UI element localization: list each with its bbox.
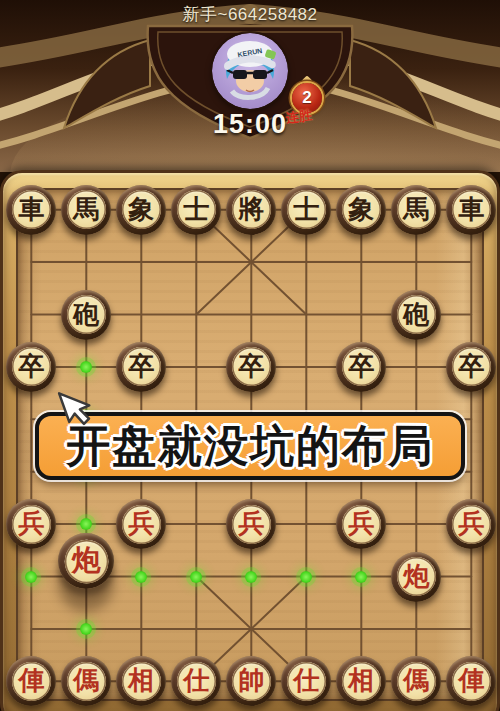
piece-black-soldier[interactable]: 卒 <box>116 342 166 392</box>
piece-red-cannon[interactable]: 炮 <box>58 533 114 589</box>
piece-glyph: 卒 <box>348 353 374 379</box>
piece-glyph: 帥 <box>238 667 264 693</box>
piece-glyph: 俥 <box>18 667 44 693</box>
piece-glyph: 相 <box>128 667 154 693</box>
piece-black-soldier[interactable]: 卒 <box>6 342 56 392</box>
caption-text: 开盘就没坑的布局 <box>66 417 434 476</box>
piece-red-soldier[interactable]: 兵 <box>6 499 56 549</box>
streak-label: 连胜 <box>285 106 313 127</box>
piece-red-soldier[interactable]: 兵 <box>446 499 496 549</box>
piece-glyph: 卒 <box>458 353 484 379</box>
player-avatar[interactable]: KERUN <box>212 33 288 109</box>
piece-red-chariot[interactable]: 俥 <box>446 656 496 706</box>
piece-black-cannon[interactable]: 砲 <box>391 290 441 340</box>
piece-glyph: 仕 <box>183 667 209 693</box>
piece-glyph: 士 <box>293 196 319 222</box>
piece-black-soldier[interactable]: 卒 <box>336 342 386 392</box>
piece-glyph: 兵 <box>458 510 484 536</box>
piece-red-advisor[interactable]: 仕 <box>171 656 221 706</box>
piece-glyph: 砲 <box>403 301 429 327</box>
piece-glyph: 兵 <box>128 510 154 536</box>
piece-glyph: 馬 <box>403 196 429 222</box>
piece-red-elephant[interactable]: 相 <box>336 656 386 706</box>
mouse-cursor <box>56 388 102 436</box>
piece-red-general[interactable]: 帥 <box>226 656 276 706</box>
piece-glyph: 象 <box>348 196 374 222</box>
piece-black-advisor[interactable]: 士 <box>281 185 331 235</box>
piece-black-horse[interactable]: 馬 <box>61 185 111 235</box>
piece-glyph: 相 <box>348 667 374 693</box>
piece-glyph: 士 <box>183 196 209 222</box>
game-timer: 15:00 <box>0 109 500 140</box>
piece-red-soldier[interactable]: 兵 <box>226 499 276 549</box>
piece-glyph: 將 <box>238 196 264 222</box>
piece-black-general[interactable]: 將 <box>226 185 276 235</box>
piece-black-cannon[interactable]: 砲 <box>61 290 111 340</box>
piece-black-chariot[interactable]: 車 <box>446 185 496 235</box>
piece-red-horse[interactable]: 傌 <box>391 656 441 706</box>
piece-glyph: 傌 <box>73 667 99 693</box>
avatar-sunglasses <box>233 70 247 79</box>
piece-red-elephant[interactable]: 相 <box>116 656 166 706</box>
piece-glyph: 仕 <box>293 667 319 693</box>
player-name: 新手~664258482 <box>0 3 500 26</box>
piece-black-chariot[interactable]: 車 <box>6 185 56 235</box>
piece-glyph: 馬 <box>73 196 99 222</box>
piece-red-soldier[interactable]: 兵 <box>116 499 166 549</box>
piece-glyph: 兵 <box>18 510 44 536</box>
piece-red-advisor[interactable]: 仕 <box>281 656 331 706</box>
piece-glyph: 象 <box>128 196 154 222</box>
piece-glyph: 砲 <box>73 301 99 327</box>
piece-red-cannon[interactable]: 炮 <box>391 552 441 602</box>
piece-red-horse[interactable]: 傌 <box>61 656 111 706</box>
piece-red-chariot[interactable]: 俥 <box>6 656 56 706</box>
piece-black-horse[interactable]: 馬 <box>391 185 441 235</box>
piece-black-advisor[interactable]: 士 <box>171 185 221 235</box>
piece-black-elephant[interactable]: 象 <box>336 185 386 235</box>
streak-count: 2 <box>302 88 311 108</box>
piece-glyph: 傌 <box>403 667 429 693</box>
piece-red-soldier[interactable]: 兵 <box>336 499 386 549</box>
piece-glyph: 車 <box>458 196 484 222</box>
piece-glyph: 兵 <box>238 510 264 536</box>
piece-glyph: 炮 <box>72 545 101 574</box>
piece-black-soldier[interactable]: 卒 <box>446 342 496 392</box>
piece-glyph: 車 <box>18 196 44 222</box>
piece-black-soldier[interactable]: 卒 <box>226 342 276 392</box>
piece-glyph: 卒 <box>18 353 44 379</box>
piece-glyph: 炮 <box>403 563 429 589</box>
piece-glyph: 卒 <box>238 353 264 379</box>
piece-glyph: 卒 <box>128 353 154 379</box>
game-screen: 新手~664258482 KERUN 2 连胜 15:00 <box>0 0 500 711</box>
piece-glyph: 俥 <box>458 667 484 693</box>
piece-glyph: 兵 <box>348 510 374 536</box>
piece-black-elephant[interactable]: 象 <box>116 185 166 235</box>
